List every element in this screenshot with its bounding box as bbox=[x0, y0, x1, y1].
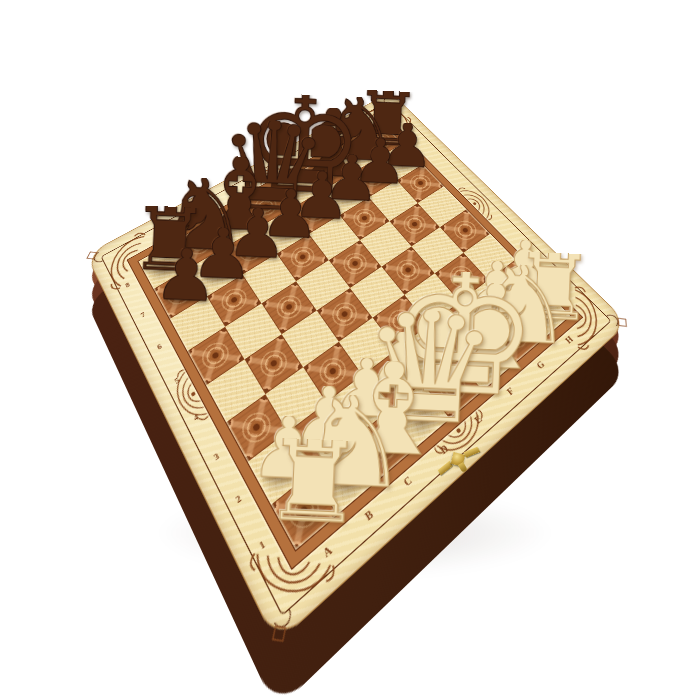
light-rook-glyph: ♜ bbox=[261, 437, 366, 526]
photo-scene: ABCDEFGH 12345678 ♜♞♝♛♚♝♞♜♟♟♟♟♟♟♟♟♟♟♟♟♟♟… bbox=[0, 0, 700, 700]
piece-light-rook: ♜ bbox=[270, 472, 338, 552]
piece-dark-pawn: ♟ bbox=[153, 268, 207, 320]
chess-board: ABCDEFGH 12345678 ♜♞♝♛♚♝♞♜♟♟♟♟♟♟♟♟♟♟♟♟♟♟… bbox=[86, 92, 629, 645]
dark-pawn-glyph: ♟ bbox=[153, 247, 219, 303]
corner-diamond-icon bbox=[387, 93, 394, 98]
